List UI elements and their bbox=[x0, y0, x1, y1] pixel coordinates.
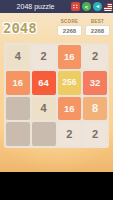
app-bar: 2048 puzzle ∷ < ◄ bbox=[0, 0, 113, 13]
score-panel: SCORE 2268 BEST 2268 bbox=[57, 19, 110, 37]
tile-2: 2 bbox=[83, 45, 107, 69]
score-box: SCORE 2268 bbox=[57, 19, 82, 37]
app-title: 2048 puzzle bbox=[0, 0, 71, 13]
tile-16: 16 bbox=[58, 97, 82, 121]
tile-32: 32 bbox=[83, 71, 107, 95]
tile-16: 16 bbox=[6, 71, 30, 95]
score-value: 2268 bbox=[57, 25, 82, 37]
tile-16: 16 bbox=[58, 45, 82, 69]
ad-banner bbox=[0, 172, 113, 200]
tile-4: 4 bbox=[32, 97, 56, 121]
language-flag-icon[interactable] bbox=[104, 3, 112, 11]
best-value: 2268 bbox=[85, 25, 110, 37]
sound-icon[interactable]: ◄ bbox=[93, 2, 102, 11]
tile-256: 256 bbox=[58, 71, 82, 95]
game-header: 2048 SCORE 2268 BEST 2268 bbox=[0, 13, 113, 42]
best-label: BEST bbox=[85, 19, 110, 24]
board[interactable]: 42162166425632416822 bbox=[4, 43, 109, 148]
share-icon[interactable]: < bbox=[82, 2, 91, 11]
tile-2: 2 bbox=[58, 122, 82, 146]
best-box: BEST 2268 bbox=[85, 19, 110, 37]
tile-2: 2 bbox=[32, 45, 56, 69]
app-bar-icons: ∷ < ◄ bbox=[71, 2, 111, 11]
tile-64: 64 bbox=[32, 71, 56, 95]
empty-cell bbox=[32, 122, 56, 146]
more-apps-icon[interactable]: ∷ bbox=[71, 2, 80, 11]
empty-cell bbox=[6, 97, 30, 121]
empty-cell bbox=[6, 122, 30, 146]
tile-8: 8 bbox=[83, 97, 107, 121]
game-logo: 2048 bbox=[3, 20, 37, 36]
game-area: 2048 SCORE 2268 BEST 2268 42162166425632… bbox=[0, 13, 113, 172]
tile-4: 4 bbox=[6, 45, 30, 69]
score-label: SCORE bbox=[57, 19, 82, 24]
tile-2: 2 bbox=[83, 122, 107, 146]
app-screen: 2048 puzzle ∷ < ◄ 2048 SCORE 2268 BEST 2… bbox=[0, 0, 113, 200]
